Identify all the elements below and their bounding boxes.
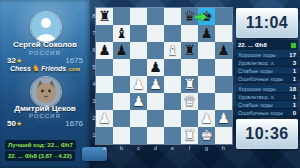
played-move-eval: 22. ... Фh8 (3.87→4.22) [5, 151, 75, 161]
square-e1[interactable] [164, 127, 181, 144]
piece-wb-e6[interactable]: ♝ [164, 42, 181, 59]
star-icon: ★ [16, 57, 22, 64]
file-labels: abcdefgh [96, 145, 232, 152]
stat-value: 1 [293, 76, 296, 82]
bottom-player-move-stats: Хорошие ходы18Удовлетвор. х.1Слабые ходы… [236, 85, 298, 117]
square-g7[interactable]: ♟ [198, 25, 215, 42]
square-h6[interactable]: ♟ [215, 42, 232, 59]
square-a2[interactable]: ♟ [96, 110, 113, 127]
square-a3[interactable] [96, 93, 113, 110]
file-label-h: h [215, 145, 232, 152]
square-a8[interactable]: ♜ [96, 8, 113, 25]
square-h1[interactable] [215, 127, 232, 144]
square-f6[interactable]: ♜ [181, 42, 198, 59]
piece-wp-h2[interactable]: ♟ [215, 110, 232, 127]
stat-label: Удовлетвор. х. [238, 60, 275, 66]
chessfriends-game-screen: Сергей Соколов РОССИЯ 32★ 1675 Chess ♞ F… [0, 0, 300, 168]
square-a5[interactable] [96, 59, 113, 76]
square-e7[interactable] [164, 25, 181, 42]
square-a7[interactable] [96, 25, 113, 42]
best-move-hint: Лучший ход: 22... Фh7 [5, 140, 76, 150]
piece-wq-f3[interactable]: ♛ [181, 93, 198, 110]
file-label-d: d [147, 145, 164, 152]
piece-wr-f4[interactable]: ♜ [181, 76, 198, 93]
stat-label: Ошибочные ходы [238, 76, 283, 82]
square-g8[interactable]: ♚ [198, 8, 215, 25]
square-g3[interactable] [198, 93, 215, 110]
piece-bp-d5[interactable]: ♟ [147, 59, 164, 76]
avatar-bottom-player[interactable] [31, 77, 61, 107]
file-label-c: c [130, 145, 147, 152]
piece-wk-g1[interactable]: ♚ [198, 127, 215, 144]
stat-row: Удовлетвор. х.1 [236, 93, 298, 101]
square-c7[interactable] [130, 25, 147, 42]
square-h4[interactable] [215, 76, 232, 93]
bottom-player-name: Дмитрий Цеков [0, 104, 90, 113]
square-g6[interactable] [198, 42, 215, 59]
square-e6[interactable]: ♝ [164, 42, 181, 59]
person-icon [31, 12, 61, 42]
stat-value: 3 [293, 60, 296, 66]
piece-bp-b6[interactable]: ♟ [113, 42, 130, 59]
square-b7[interactable]: ♝ [113, 25, 130, 42]
piece-bp-a6[interactable]: ♟ [96, 42, 113, 59]
stat-label: Ошибочные ходы [238, 110, 283, 116]
square-b1[interactable] [113, 127, 130, 144]
rank-label-4: 4 [90, 76, 96, 93]
stat-row: Ошибочные ходы0 [236, 109, 298, 117]
file-label-g: g [198, 145, 215, 152]
bottom-player-clock: 10:36 [236, 119, 298, 149]
square-c2[interactable] [130, 110, 147, 127]
players-panel: Сергей Соколов РОССИЯ 32★ 1675 Chess ♞ F… [0, 0, 90, 168]
stat-value: 1 [293, 68, 296, 74]
square-g1[interactable]: ♚ [198, 127, 215, 144]
square-a1[interactable] [96, 127, 113, 144]
square-b6[interactable]: ♟ [113, 42, 130, 59]
chessfriends-logo: Chess ♞ Friends .com [0, 64, 90, 73]
square-f4[interactable]: ♜ [181, 76, 198, 93]
square-g4[interactable] [198, 76, 215, 93]
move-quality-indicator [291, 43, 296, 48]
piece-br-f6[interactable]: ♜ [181, 42, 198, 59]
square-c6[interactable] [130, 42, 147, 59]
stat-value: 1 [293, 94, 296, 100]
stat-label: Удовлетвор. х. [238, 94, 275, 100]
square-f3[interactable]: ♛ [181, 93, 198, 110]
top-player-clock: 11:04 [236, 8, 298, 38]
stat-row: Удовлетвор. х.3 [236, 59, 298, 67]
top-player-name: Сергей Соколов [0, 40, 90, 49]
piece-bp-g7[interactable]: ♟ [198, 25, 215, 42]
stat-value: 0 [293, 110, 296, 116]
square-h5[interactable] [215, 59, 232, 76]
stat-label: Слабые ходы [238, 102, 273, 108]
square-b8[interactable] [113, 8, 130, 25]
piece-wp-d4[interactable]: ♟ [147, 76, 164, 93]
square-d2[interactable] [147, 110, 164, 127]
square-f2[interactable] [181, 110, 198, 127]
file-label-a: a [96, 145, 113, 152]
file-label-f: f [181, 145, 198, 152]
stat-row: Хорошие ходы18 [236, 85, 298, 93]
square-c4[interactable]: ♟ [130, 76, 147, 93]
piece-wp-g2[interactable]: ♟ [198, 110, 215, 127]
bottom-player-stars: 50★ [7, 119, 22, 128]
bottom-player-rating-row: 50★ 1676 [0, 119, 90, 128]
star-icon: ★ [16, 120, 22, 127]
bottom-player-rating: 1676 [65, 119, 83, 128]
logo-text-chess: Chess [10, 65, 31, 72]
top-player-move-stats: Хорошие ходы17Удовлетвор. х.3Слабые ходы… [236, 51, 298, 83]
rank-label-6: 6 [90, 42, 96, 59]
piece-wp-c3[interactable]: ♟ [130, 93, 147, 110]
stat-value: 17 [289, 52, 296, 58]
piece-bb-b7[interactable]: ♝ [113, 25, 130, 42]
square-b3[interactable] [113, 93, 130, 110]
square-b5[interactable] [113, 59, 130, 76]
stat-label: Хорошие ходы [238, 86, 276, 92]
rank-label-5: 5 [90, 59, 96, 76]
square-h8[interactable] [215, 8, 232, 25]
square-h2[interactable]: ♟ [215, 110, 232, 127]
stat-row: Ошибочные ходы1 [236, 75, 298, 83]
rank-label-2: 2 [90, 110, 96, 127]
stat-label: Слабые ходы [238, 68, 273, 74]
square-c3[interactable]: ♟ [130, 93, 147, 110]
piece-bp-h6[interactable]: ♟ [215, 42, 232, 59]
stat-label: Хорошие ходы [238, 52, 276, 58]
last-move-text: 22. ... Фh8 [238, 42, 267, 48]
square-f7[interactable] [181, 25, 198, 42]
square-a4[interactable] [96, 76, 113, 93]
piece-wr-f1[interactable]: ♜ [181, 127, 198, 144]
logo-text-friends: Friends [41, 65, 66, 72]
rank-label-3: 3 [90, 93, 96, 110]
square-c8[interactable] [130, 8, 147, 25]
piece-wp-a2[interactable]: ♟ [96, 110, 113, 127]
square-h3[interactable] [215, 93, 232, 110]
square-h7[interactable] [215, 25, 232, 42]
stat-row: Хорошие ходы17 [236, 51, 298, 59]
square-c5[interactable] [130, 59, 147, 76]
logo-text-dotcom: .com [67, 66, 80, 72]
avatar-top-player[interactable] [31, 12, 61, 42]
rank-label-1: 1 [90, 127, 96, 144]
file-label-e: e [164, 145, 181, 152]
square-e2[interactable] [164, 110, 181, 127]
square-d4[interactable]: ♟ [147, 76, 164, 93]
stat-row: Слабые ходы1 [236, 101, 298, 109]
stat-row: Слабые ходы1 [236, 67, 298, 75]
square-d1[interactable] [147, 127, 164, 144]
square-d5[interactable]: ♟ [147, 59, 164, 76]
last-move-bar: 22. ... Фh8 [236, 40, 298, 50]
piece-br-a8[interactable]: ♜ [96, 8, 113, 25]
cat-photo-icon [31, 77, 61, 107]
square-e8[interactable] [164, 8, 181, 25]
square-d3[interactable] [147, 93, 164, 110]
stat-value: 18 [289, 86, 296, 92]
square-a6[interactable]: ♟ [96, 42, 113, 59]
knight-logo-icon: ♞ [32, 64, 40, 73]
square-d7[interactable] [147, 25, 164, 42]
square-f1[interactable]: ♜ [181, 127, 198, 144]
clocks-stats-panel: 11:04 22. ... Фh8 Хорошие ходы17Удовлетв… [236, 0, 298, 168]
square-g2[interactable]: ♟ [198, 110, 215, 127]
square-e5[interactable] [164, 59, 181, 76]
square-g5[interactable] [198, 59, 215, 76]
file-label-b: b [113, 145, 130, 152]
stat-value: 1 [293, 102, 296, 108]
piece-wp-c4[interactable]: ♟ [130, 76, 147, 93]
square-e3[interactable] [164, 93, 181, 110]
rank-label-8: 8 [90, 8, 96, 25]
square-d8[interactable] [147, 8, 164, 25]
square-d6[interactable] [147, 42, 164, 59]
square-c1[interactable] [130, 127, 147, 144]
chess-board: ♜♛♚♝♟♟♟♝♜♟♟♟♟♜♟♛♟♟♟♜♚ [96, 8, 232, 144]
move-arrow-icon [194, 10, 208, 24]
square-b2[interactable] [113, 110, 130, 127]
square-f5[interactable] [181, 59, 198, 76]
rank-label-7: 7 [90, 25, 96, 42]
square-b4[interactable] [113, 76, 130, 93]
square-e4[interactable] [164, 76, 181, 93]
